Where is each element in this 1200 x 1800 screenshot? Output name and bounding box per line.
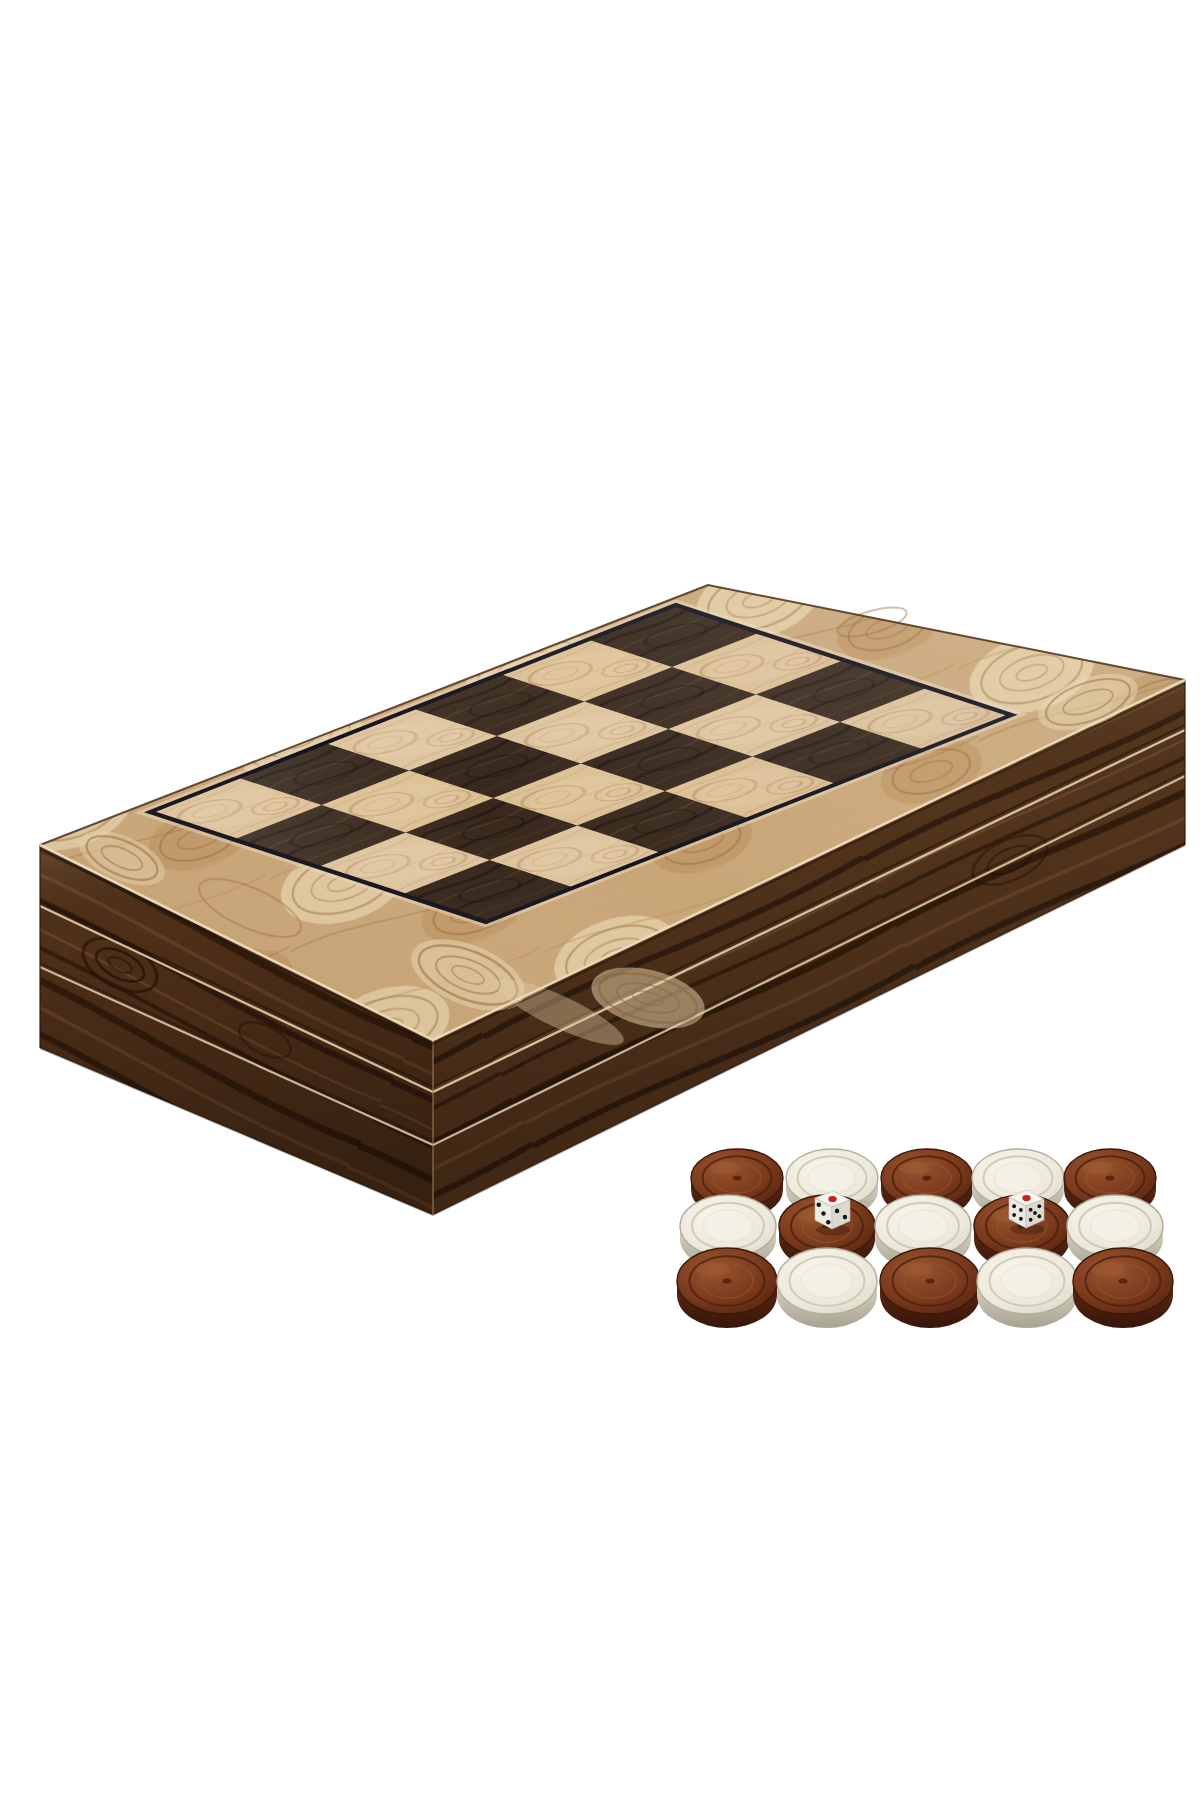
die-pip bbox=[835, 1209, 839, 1214]
checker-plateau bbox=[1003, 1265, 1051, 1297]
die-pip bbox=[1033, 1211, 1037, 1215]
checker-center-dimple bbox=[923, 1175, 932, 1180]
checkers-tray bbox=[677, 1149, 1173, 1328]
checker-brown bbox=[1073, 1248, 1173, 1328]
checker-highlight bbox=[1081, 1161, 1112, 1174]
checker-center-dimple bbox=[723, 1278, 732, 1283]
die-pip bbox=[821, 1211, 825, 1216]
die-pip bbox=[843, 1215, 847, 1220]
checker-center-dimple bbox=[926, 1278, 935, 1283]
checker-plateau bbox=[803, 1265, 851, 1297]
checker-center-dimple bbox=[1119, 1278, 1128, 1283]
checker-plateau bbox=[900, 1211, 946, 1241]
checker-plateau bbox=[810, 1164, 854, 1192]
checker-highlight bbox=[898, 1161, 929, 1174]
die-pip bbox=[1037, 1214, 1041, 1218]
die-pip bbox=[826, 1220, 830, 1225]
die bbox=[1009, 1190, 1044, 1235]
checker-brown bbox=[677, 1248, 777, 1328]
die-pip bbox=[828, 1196, 836, 1202]
backgammon-set-scene bbox=[0, 0, 1200, 1800]
checker-white bbox=[977, 1248, 1077, 1328]
backgammon-case bbox=[40, 585, 1185, 1215]
die bbox=[815, 1191, 850, 1236]
die-pip bbox=[1029, 1218, 1033, 1222]
checker-brown bbox=[880, 1248, 980, 1328]
checker-plateau bbox=[1092, 1211, 1138, 1241]
checker-white bbox=[777, 1248, 877, 1328]
checker-center-dimple bbox=[733, 1175, 742, 1180]
die-pip bbox=[817, 1203, 821, 1208]
die-pip bbox=[1012, 1213, 1016, 1217]
die-pip bbox=[1019, 1217, 1023, 1221]
checker-center-dimple bbox=[1106, 1175, 1115, 1180]
die-pip bbox=[1022, 1195, 1030, 1201]
checker-highlight bbox=[899, 1262, 933, 1277]
die-pip bbox=[1012, 1204, 1016, 1208]
checker-highlight bbox=[1092, 1262, 1126, 1277]
checker-highlight bbox=[696, 1262, 730, 1277]
die-pip bbox=[1037, 1204, 1041, 1208]
checker-plateau bbox=[996, 1164, 1040, 1192]
checker-plateau bbox=[705, 1211, 751, 1241]
checker-highlight bbox=[708, 1161, 739, 1174]
die-pip bbox=[1019, 1208, 1023, 1212]
product-photo bbox=[0, 0, 1200, 1800]
die-pip bbox=[1029, 1208, 1033, 1212]
